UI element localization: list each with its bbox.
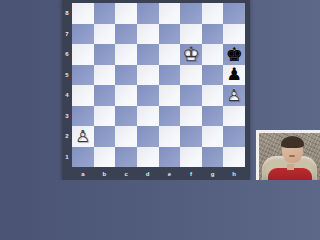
- square-c6[interactable]: [115, 44, 137, 65]
- square-e5[interactable]: [159, 65, 181, 86]
- square-a6[interactable]: [72, 44, 94, 65]
- square-g7[interactable]: [202, 24, 224, 45]
- file-label-g: g: [202, 167, 224, 180]
- square-a7[interactable]: [72, 24, 94, 45]
- square-g1[interactable]: [202, 147, 224, 168]
- square-g3[interactable]: [202, 106, 224, 127]
- black-pawn: ♟♟: [227, 66, 242, 83]
- square-d8[interactable]: [137, 3, 159, 24]
- square-f7[interactable]: [180, 24, 202, 45]
- square-f3[interactable]: [180, 106, 202, 127]
- square-d3[interactable]: [137, 106, 159, 127]
- square-c4[interactable]: [115, 85, 137, 106]
- presenter-left-eye: [287, 146, 289, 148]
- square-a8[interactable]: [72, 3, 94, 24]
- file-label-h: h: [223, 167, 245, 180]
- rank-label-6: 6: [62, 44, 72, 65]
- presenter-hair: [281, 136, 304, 148]
- square-g8[interactable]: [202, 3, 224, 24]
- square-a3[interactable]: [72, 106, 94, 127]
- rank-label-2: 2: [62, 126, 72, 147]
- square-d2[interactable]: [137, 126, 159, 147]
- square-c7[interactable]: [115, 24, 137, 45]
- chess-board: 876♚♔♚♚5♟♟4♟♙32♟♙1abcdefgh: [62, 0, 250, 180]
- square-b3[interactable]: [94, 106, 116, 127]
- square-b2[interactable]: [94, 126, 116, 147]
- square-h2[interactable]: [223, 126, 245, 147]
- square-h3[interactable]: [223, 106, 245, 127]
- rank-label-8: 8: [62, 3, 72, 24]
- square-b8[interactable]: [94, 3, 116, 24]
- square-a1[interactable]: [72, 147, 94, 168]
- square-h5[interactable]: ♟♟: [223, 65, 245, 86]
- file-label-f: f: [180, 167, 202, 180]
- square-e3[interactable]: [159, 106, 181, 127]
- rank-label-4: 4: [62, 85, 72, 106]
- square-d6[interactable]: [137, 44, 159, 65]
- square-c5[interactable]: [115, 65, 137, 86]
- rank-label-7: 7: [62, 24, 72, 45]
- square-h1[interactable]: [223, 147, 245, 168]
- square-e8[interactable]: [159, 3, 181, 24]
- square-g4[interactable]: [202, 85, 224, 106]
- square-b7[interactable]: [94, 24, 116, 45]
- square-c2[interactable]: [115, 126, 137, 147]
- square-b5[interactable]: [94, 65, 116, 86]
- square-f6[interactable]: ♚♔: [180, 44, 202, 65]
- white-pawn: ♟♙: [75, 128, 90, 145]
- square-g6[interactable]: [202, 44, 224, 65]
- black-king: ♚♚: [226, 45, 243, 64]
- square-e6[interactable]: [159, 44, 181, 65]
- square-e2[interactable]: [159, 126, 181, 147]
- square-b1[interactable]: [94, 147, 116, 168]
- square-h7[interactable]: [223, 24, 245, 45]
- square-h8[interactable]: [223, 3, 245, 24]
- file-label-c: c: [115, 167, 137, 180]
- square-e1[interactable]: [159, 147, 181, 168]
- square-h6[interactable]: ♚♚: [223, 44, 245, 65]
- presenter-right-eye: [295, 146, 297, 148]
- square-f1[interactable]: [180, 147, 202, 168]
- square-a4[interactable]: [72, 85, 94, 106]
- file-label-d: d: [137, 167, 159, 180]
- square-h4[interactable]: ♟♙: [223, 85, 245, 106]
- square-a2[interactable]: ♟♙: [72, 126, 94, 147]
- square-f2[interactable]: [180, 126, 202, 147]
- white-king: ♚♔: [182, 44, 200, 64]
- square-d4[interactable]: [137, 85, 159, 106]
- square-e7[interactable]: [159, 24, 181, 45]
- file-label-a: a: [72, 167, 94, 180]
- rank-label-1: 1: [62, 147, 72, 168]
- square-b6[interactable]: [94, 44, 116, 65]
- square-f4[interactable]: [180, 85, 202, 106]
- square-c1[interactable]: [115, 147, 137, 168]
- square-f8[interactable]: [180, 3, 202, 24]
- square-d5[interactable]: [137, 65, 159, 86]
- square-f5[interactable]: [180, 65, 202, 86]
- square-c8[interactable]: [115, 3, 137, 24]
- webcam-overlay: [256, 130, 320, 180]
- file-label-e: e: [159, 167, 181, 180]
- square-b4[interactable]: [94, 85, 116, 106]
- presenter-neck: [287, 164, 294, 170]
- square-d7[interactable]: [137, 24, 159, 45]
- rank-label-3: 3: [62, 106, 72, 127]
- rank-label-5: 5: [62, 65, 72, 86]
- square-g5[interactable]: [202, 65, 224, 86]
- presenter-mouth: [289, 155, 295, 157]
- square-a5[interactable]: [72, 65, 94, 86]
- square-c3[interactable]: [115, 106, 137, 127]
- square-e4[interactable]: [159, 85, 181, 106]
- file-label-b: b: [94, 167, 116, 180]
- white-pawn: ♟♙: [227, 87, 242, 104]
- square-g2[interactable]: [202, 126, 224, 147]
- square-d1[interactable]: [137, 147, 159, 168]
